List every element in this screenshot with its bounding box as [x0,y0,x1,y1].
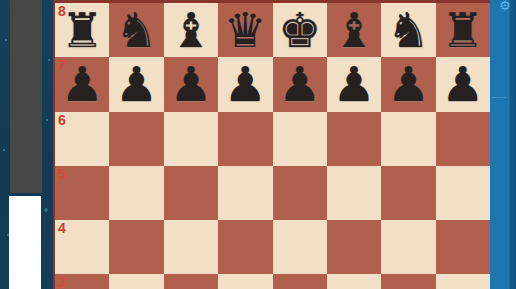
square-f3[interactable] [327,274,381,289]
right-app-strip: ⚙ [490,0,516,289]
square-e7[interactable]: ♟ [273,57,327,111]
square-g8[interactable]: ♞ [381,3,435,57]
rank-label-6: 6 [58,112,66,128]
square-e4[interactable] [273,220,327,274]
square-d5[interactable] [218,166,272,220]
square-c3[interactable] [164,274,218,289]
black-pawn[interactable]: ♟ [327,57,381,111]
black-pawn[interactable]: ♟ [109,57,163,111]
black-pawn[interactable]: ♟ [218,57,272,111]
square-b7[interactable]: ♟ [109,57,163,111]
square-g5[interactable] [381,166,435,220]
square-a6[interactable]: 6 [55,112,109,166]
black-pawn[interactable]: ♟ [164,57,218,111]
square-b8[interactable]: ♞ [109,3,163,57]
settings-gear-icon[interactable]: ⚙ [499,0,511,14]
black-king[interactable]: ♚ [273,3,327,57]
black-bishop[interactable]: ♝ [164,3,218,57]
square-a8[interactable]: 8♜ [55,3,109,57]
square-e6[interactable] [273,112,327,166]
left-white-panel [9,196,41,289]
black-pawn[interactable]: ♟ [273,57,327,111]
chess-board: 8♜♞♝♛♚♝♞♜7♟♟♟♟♟♟♟♟6543 [53,0,490,289]
square-h7[interactable]: ♟ [436,57,490,111]
square-c6[interactable] [164,112,218,166]
square-e3[interactable] [273,274,327,289]
chess-board-grid: 8♜♞♝♛♚♝♞♜7♟♟♟♟♟♟♟♟6543 [55,3,490,289]
black-pawn[interactable]: ♟ [381,57,435,111]
square-h3[interactable] [436,274,490,289]
square-c4[interactable] [164,220,218,274]
rank-label-5: 5 [58,166,66,182]
square-d6[interactable] [218,112,272,166]
square-d7[interactable]: ♟ [218,57,272,111]
square-g7[interactable]: ♟ [381,57,435,111]
square-b3[interactable] [109,274,163,289]
square-h5[interactable] [436,166,490,220]
square-a7[interactable]: 7♟ [55,57,109,111]
square-d3[interactable] [218,274,272,289]
square-e5[interactable] [273,166,327,220]
app-window: 8♜♞♝♛♚♝♞♜7♟♟♟♟♟♟♟♟6543 ⚙ [0,0,516,289]
square-d8[interactable]: ♛ [218,3,272,57]
square-d4[interactable] [218,220,272,274]
square-c5[interactable] [164,166,218,220]
black-bishop[interactable]: ♝ [327,3,381,57]
square-f6[interactable] [327,112,381,166]
square-g4[interactable] [381,220,435,274]
square-f7[interactable]: ♟ [327,57,381,111]
square-e8[interactable]: ♚ [273,3,327,57]
black-rook[interactable]: ♜ [55,3,109,57]
left-gray-bar [10,0,42,193]
square-a3[interactable]: 3 [55,274,109,289]
square-f4[interactable] [327,220,381,274]
square-b4[interactable] [109,220,163,274]
black-knight[interactable]: ♞ [109,3,163,57]
square-a5[interactable]: 5 [55,166,109,220]
square-b5[interactable] [109,166,163,220]
square-b6[interactable] [109,112,163,166]
square-g6[interactable] [381,112,435,166]
rank-label-4: 4 [58,220,66,236]
black-rook[interactable]: ♜ [436,3,490,57]
rank-label-3: 3 [58,274,66,289]
square-c8[interactable]: ♝ [164,3,218,57]
square-h4[interactable] [436,220,490,274]
black-queen[interactable]: ♛ [218,3,272,57]
black-pawn[interactable]: ♟ [436,57,490,111]
square-a4[interactable]: 4 [55,220,109,274]
square-h8[interactable]: ♜ [436,3,490,57]
right-strip-divider [492,97,506,98]
square-f8[interactable]: ♝ [327,3,381,57]
square-h6[interactable] [436,112,490,166]
square-c7[interactable]: ♟ [164,57,218,111]
black-knight[interactable]: ♞ [381,3,435,57]
black-pawn[interactable]: ♟ [55,57,109,111]
square-f5[interactable] [327,166,381,220]
square-g3[interactable] [381,274,435,289]
